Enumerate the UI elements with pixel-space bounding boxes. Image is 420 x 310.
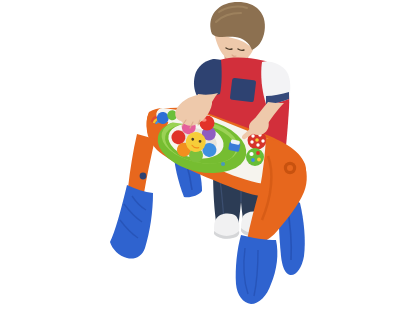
green-button-disc[interactable] [246, 148, 264, 166]
red-disc-dot [251, 134, 254, 137]
green-disc-button-blue [251, 158, 255, 162]
red-disc-center-dot [255, 138, 259, 142]
red-disc-dot [256, 143, 259, 146]
tabletop-printed-dot [221, 162, 225, 166]
green-disc-button [249, 152, 253, 156]
green-disc-body [246, 148, 264, 166]
red-disc-dot [250, 140, 253, 143]
child-shirt-pocket [230, 78, 257, 103]
right-end-knob-center [287, 165, 293, 171]
photo-toddler-activity-table [0, 0, 420, 310]
front-left-leg-pivot [140, 173, 147, 180]
scene-canvas [0, 0, 420, 310]
red-disc-dot [261, 139, 264, 142]
green-disc-button-yellow [257, 158, 261, 162]
green-disc-button-red [256, 151, 260, 155]
